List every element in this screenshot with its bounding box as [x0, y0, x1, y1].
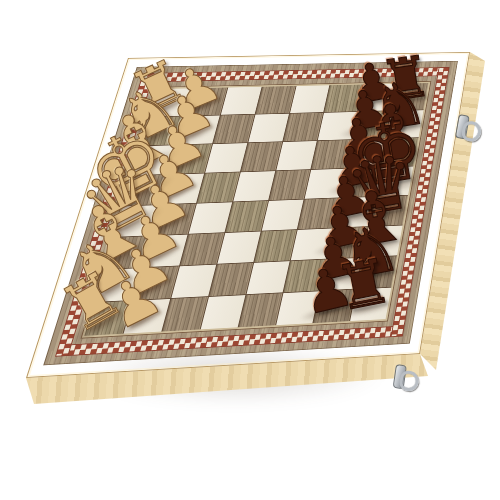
square-a8 [350, 287, 391, 320]
square-d4 [225, 201, 268, 232]
square-h6 [324, 84, 363, 112]
square-f5 [276, 141, 316, 170]
square-g7 [352, 111, 390, 139]
square-d6 [297, 198, 338, 229]
square-b6 [283, 259, 325, 292]
clasp-ring [461, 120, 483, 143]
square-f6 [311, 140, 351, 169]
square-b8 [356, 256, 397, 288]
product-photo-chess-set: ♜♟♟♜♞♟♟♞♝♟♟♝♚♟♟♚♛♟♟♛♝♟♟♝♞♟♟♞♜♟♟♜ [0, 0, 500, 500]
square-c7 [327, 227, 368, 259]
square-h5 [290, 85, 329, 113]
square-c5 [254, 230, 296, 262]
square-a7 [313, 289, 355, 323]
square-c6 [290, 228, 332, 260]
square-a6 [276, 291, 319, 325]
square-g8 [386, 110, 424, 138]
square-e5 [269, 170, 310, 200]
square-d7 [333, 197, 373, 228]
square-f8 [380, 138, 418, 167]
square-b7 [320, 257, 361, 290]
square-g6 [317, 112, 356, 140]
square-e8 [374, 166, 413, 196]
chess-board [26, 52, 470, 378]
square-h7 [358, 83, 396, 110]
square-e6 [304, 168, 344, 198]
square-f7 [346, 139, 385, 168]
square-g5 [283, 112, 323, 140]
square-h8 [391, 83, 428, 110]
square-c8 [362, 225, 402, 256]
square-d8 [368, 195, 407, 226]
square-e7 [339, 167, 379, 197]
